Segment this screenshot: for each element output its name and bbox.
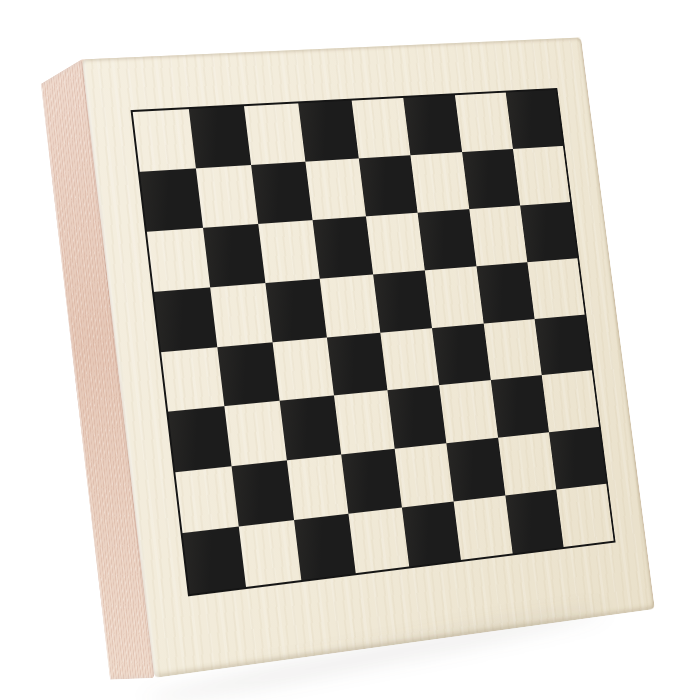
square-e4: [380, 328, 440, 391]
wooden-game-box: [82, 37, 655, 677]
square-h8: [506, 90, 563, 149]
square-c4: [272, 337, 333, 401]
square-c1: [294, 514, 356, 580]
square-b8: [189, 106, 251, 168]
square-d6: [312, 216, 372, 278]
square-b6: [203, 224, 265, 287]
square-c6: [258, 220, 319, 283]
square-a1: [183, 527, 246, 594]
square-h5: [527, 258, 584, 319]
square-f8: [404, 95, 463, 155]
square-g8: [455, 93, 513, 152]
square-d2: [341, 449, 402, 514]
square-d1: [348, 508, 409, 574]
square-a3: [168, 407, 231, 473]
square-d3: [334, 391, 395, 455]
square-e5: [373, 270, 433, 332]
square-d8: [298, 101, 358, 162]
square-e2: [394, 443, 454, 507]
square-h6: [520, 202, 577, 262]
checkerboard-grid: [131, 88, 616, 596]
box-front-lid-face: [82, 37, 655, 677]
square-f1: [454, 496, 513, 560]
square-e8: [351, 98, 411, 158]
square-a5: [154, 287, 217, 352]
square-f2: [447, 438, 506, 502]
square-f5: [425, 266, 484, 328]
square-f3: [439, 380, 498, 443]
square-c5: [265, 278, 326, 341]
square-e6: [365, 212, 425, 274]
square-f6: [418, 209, 477, 270]
square-c2: [287, 455, 348, 520]
square-h4: [535, 314, 592, 375]
square-h7: [513, 146, 570, 205]
square-b1: [239, 520, 301, 587]
square-e7: [358, 155, 418, 216]
square-h2: [549, 427, 606, 490]
square-c8: [244, 103, 305, 164]
square-c3: [279, 396, 340, 461]
square-g1: [506, 490, 564, 554]
square-d5: [319, 274, 379, 337]
square-g5: [477, 262, 535, 323]
square-h3: [542, 371, 599, 433]
square-e3: [387, 385, 447, 449]
square-g4: [484, 319, 542, 381]
square-b7: [196, 165, 258, 228]
square-a2: [175, 467, 238, 534]
square-e1: [401, 502, 461, 567]
square-c7: [251, 162, 312, 224]
square-a8: [133, 109, 196, 172]
product-photo: [0, 0, 700, 700]
square-b5: [210, 283, 272, 347]
square-f4: [432, 323, 491, 385]
square-d4: [326, 332, 387, 396]
square-g6: [469, 205, 527, 266]
square-f7: [411, 152, 470, 213]
square-a7: [140, 168, 203, 231]
square-b2: [231, 461, 293, 527]
square-a6: [147, 228, 210, 292]
square-h1: [556, 484, 613, 547]
square-b3: [224, 401, 286, 466]
square-b4: [217, 342, 279, 407]
square-g2: [498, 432, 556, 495]
square-d7: [305, 158, 365, 220]
square-g7: [462, 149, 520, 209]
square-g3: [491, 375, 549, 437]
square-a4: [161, 347, 224, 412]
